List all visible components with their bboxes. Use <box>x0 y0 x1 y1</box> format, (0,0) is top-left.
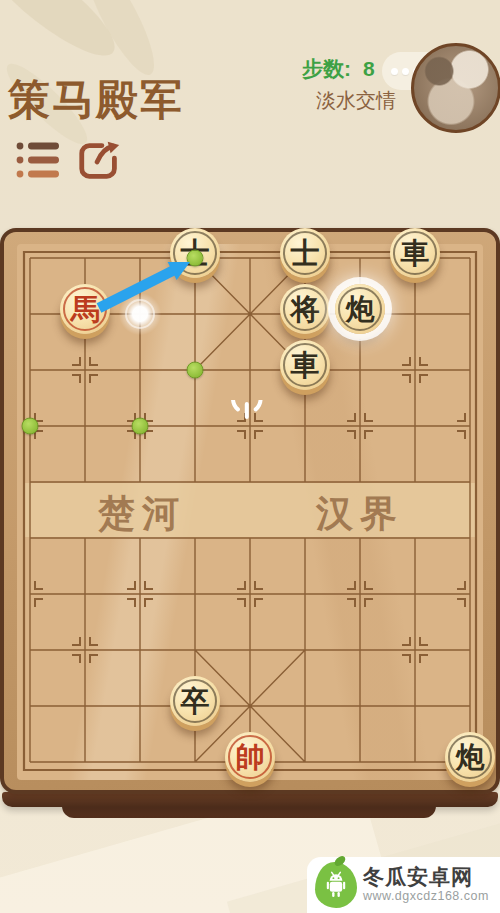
board-point <box>113 678 168 734</box>
board-point <box>333 622 388 678</box>
board-point <box>443 342 498 398</box>
board-point <box>168 342 223 398</box>
piece-black-a[interactable]: 士 <box>170 228 220 278</box>
board-point: 車 <box>388 230 443 286</box>
board-point <box>223 454 278 510</box>
board-point <box>443 510 498 566</box>
board-point <box>58 622 113 678</box>
board-point <box>58 230 113 286</box>
board-point <box>3 454 58 510</box>
board-point: 士 <box>168 230 223 286</box>
steps-label: 步数: <box>302 55 351 83</box>
piece-black-k[interactable]: 将 <box>280 284 330 334</box>
board-point <box>333 342 388 398</box>
board-point <box>3 510 58 566</box>
share-button[interactable] <box>76 137 124 183</box>
steps-counter: 步数: 8 <box>302 55 375 83</box>
board-point <box>58 510 113 566</box>
board-point <box>278 510 333 566</box>
board-point <box>168 510 223 566</box>
board-point <box>388 454 443 510</box>
list-icon <box>15 138 61 182</box>
board-point <box>278 622 333 678</box>
board-point <box>223 286 278 342</box>
board-point <box>278 678 333 734</box>
board-point: 士 <box>278 230 333 286</box>
board-point <box>3 678 58 734</box>
board-point <box>388 734 443 790</box>
board-point <box>278 454 333 510</box>
player-name: 淡水交情 <box>316 87 396 114</box>
board-point: 卒 <box>168 678 223 734</box>
board-point <box>443 622 498 678</box>
board-point <box>223 678 278 734</box>
board-point <box>333 398 388 454</box>
board-point <box>278 734 333 790</box>
board-point: 車 <box>278 342 333 398</box>
board-point <box>223 342 278 398</box>
board-point: 帥 <box>223 734 278 790</box>
board-point <box>388 398 443 454</box>
board-point: 馬 <box>58 286 113 342</box>
board-point <box>58 398 113 454</box>
board-point <box>443 286 498 342</box>
board-point <box>58 342 113 398</box>
avatar[interactable] <box>411 43 500 133</box>
board-point <box>388 678 443 734</box>
level-list-button[interactable] <box>14 137 62 183</box>
share-icon <box>76 136 124 184</box>
board-point <box>168 734 223 790</box>
board-point <box>113 286 168 342</box>
watermark-site-name: 冬瓜安卓网 <box>363 866 489 888</box>
steps-value: 8 <box>363 57 375 81</box>
board-point <box>113 454 168 510</box>
board-point <box>168 454 223 510</box>
board-point <box>443 678 498 734</box>
board-point <box>58 566 113 622</box>
watermark-site-url: www.dgxcdz168.com <box>363 890 489 903</box>
piece-black-c[interactable]: 炮 <box>445 732 495 782</box>
board-point <box>443 230 498 286</box>
piece-red-h[interactable]: 馬 <box>60 284 110 334</box>
piece-black-c[interactable]: 炮 <box>335 284 385 334</box>
board-point <box>113 622 168 678</box>
board-point <box>223 230 278 286</box>
puzzle-title: 策马殿军 <box>8 72 184 128</box>
board-point <box>278 566 333 622</box>
piece-black-r[interactable]: 車 <box>280 340 330 390</box>
board-point <box>388 510 443 566</box>
piece-black-r[interactable]: 車 <box>390 228 440 278</box>
board-point <box>113 566 168 622</box>
board-stand <box>2 792 498 807</box>
board-point <box>223 622 278 678</box>
watermark-card: 冬瓜安卓网 www.dgxcdz168.com <box>307 857 500 913</box>
menu-dot-icon <box>402 68 409 75</box>
board-point <box>113 230 168 286</box>
android-robot-icon <box>323 870 349 900</box>
board-point <box>58 678 113 734</box>
board-point <box>113 734 168 790</box>
board-point <box>443 398 498 454</box>
board-point <box>168 286 223 342</box>
board-point <box>223 510 278 566</box>
board-point: 炮 <box>443 734 498 790</box>
piece-black-a[interactable]: 士 <box>280 228 330 278</box>
board-point <box>333 230 388 286</box>
board-point <box>333 566 388 622</box>
board-point <box>333 454 388 510</box>
board-point <box>113 398 168 454</box>
board-point <box>3 734 58 790</box>
board-point <box>113 510 168 566</box>
board-point <box>223 566 278 622</box>
board-point <box>3 566 58 622</box>
board-point <box>113 342 168 398</box>
board-point <box>3 342 58 398</box>
menu-dot-icon <box>391 68 398 75</box>
board-point <box>333 734 388 790</box>
board-point <box>443 566 498 622</box>
board-point: 将 <box>278 286 333 342</box>
board-point <box>58 454 113 510</box>
piece-grid[interactable]: 士士車馬将炮車卒帥炮 <box>3 230 498 790</box>
board-point <box>3 230 58 286</box>
toolbar <box>14 137 124 183</box>
board-point <box>168 398 223 454</box>
board-point <box>388 622 443 678</box>
board-point <box>168 622 223 678</box>
board-point <box>168 566 223 622</box>
board-point <box>3 286 58 342</box>
board-point <box>388 286 443 342</box>
board-point <box>443 454 498 510</box>
power-icon[interactable] <box>227 400 267 440</box>
board-point <box>333 510 388 566</box>
board-point <box>388 566 443 622</box>
watermark-text: 冬瓜安卓网 www.dgxcdz168.com <box>363 866 489 903</box>
xiangqi-puzzle-screen: 策马殿军 步数: 8 淡水交情 <box>0 0 500 913</box>
board-point <box>333 678 388 734</box>
board-point <box>278 398 333 454</box>
board-point <box>58 734 113 790</box>
board-point <box>3 622 58 678</box>
piece-black-p[interactable]: 卒 <box>170 676 220 726</box>
android-logo <box>315 862 357 908</box>
board-point <box>388 342 443 398</box>
piece-red-k[interactable]: 帥 <box>225 732 275 782</box>
board-point <box>3 398 58 454</box>
board-point: 炮 <box>333 286 388 342</box>
